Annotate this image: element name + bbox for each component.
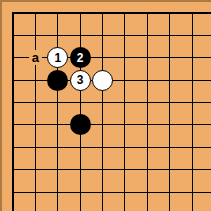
grid-line-horizontal bbox=[12, 124, 211, 125]
grid-line-vertical bbox=[147, 12, 148, 211]
go-board-diagram: a123 bbox=[0, 0, 211, 211]
grid-line-vertical bbox=[35, 12, 36, 211]
grid-line-vertical bbox=[57, 12, 58, 211]
board-frame-edge-top bbox=[0, 0, 211, 2]
grid-line-vertical bbox=[169, 12, 170, 211]
point-label-a: a bbox=[29, 50, 42, 65]
board-edge-line-vertical bbox=[12, 12, 14, 211]
grid-line-horizontal bbox=[12, 102, 211, 103]
grid-line-horizontal bbox=[12, 192, 211, 193]
stone-white-1[interactable]: 1 bbox=[47, 47, 68, 68]
go-board[interactable]: a123 bbox=[0, 0, 211, 211]
grid-line-vertical bbox=[80, 12, 81, 211]
grid-line-horizontal bbox=[12, 35, 211, 36]
grid-line-horizontal bbox=[12, 169, 211, 170]
stone-black[interactable] bbox=[70, 114, 91, 135]
grid-line-vertical bbox=[124, 12, 125, 211]
stone-black[interactable] bbox=[47, 70, 68, 91]
grid-line-vertical bbox=[102, 12, 103, 211]
grid-line-horizontal bbox=[12, 147, 211, 148]
stone-white-3[interactable]: 3 bbox=[70, 70, 91, 91]
stone-white[interactable] bbox=[92, 70, 113, 91]
stone-black-2[interactable]: 2 bbox=[70, 47, 91, 68]
grid-line-vertical bbox=[192, 12, 193, 211]
board-edge-line-horizontal bbox=[12, 12, 211, 14]
board-frame-edge-left bbox=[0, 0, 2, 211]
